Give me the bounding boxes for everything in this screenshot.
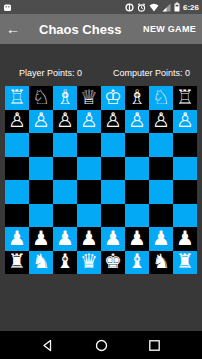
square-a5[interactable] [5, 157, 29, 181]
square-a7[interactable]: ♙ [5, 110, 29, 134]
square-d4[interactable] [77, 180, 101, 204]
piece-computer-pawn: ♙ [176, 110, 194, 130]
square-f8[interactable]: ♗ [125, 86, 149, 110]
square-e4[interactable] [101, 180, 125, 204]
square-a4[interactable] [5, 180, 29, 204]
square-e6[interactable] [101, 133, 125, 157]
square-b1[interactable]: ♞ [29, 251, 53, 275]
square-e1[interactable]: ♚ [101, 251, 125, 275]
square-g3[interactable] [149, 204, 173, 228]
piece-computer-king: ♔ [104, 87, 122, 107]
piece-computer-bishop: ♗ [128, 87, 146, 107]
square-g6[interactable] [149, 133, 173, 157]
square-b8[interactable]: ♘ [29, 86, 53, 110]
piece-player-pawn: ♟ [104, 228, 122, 248]
piece-computer-pawn: ♙ [8, 110, 26, 130]
square-e2[interactable]: ♟ [101, 227, 125, 251]
piece-computer-pawn: ♙ [152, 110, 170, 130]
square-g1[interactable]: ♞ [149, 251, 173, 275]
square-b2[interactable]: ♟ [29, 227, 53, 251]
computer-points-label: Computer Points: [113, 68, 183, 78]
piece-player-bishop: ♝ [56, 251, 74, 271]
square-h3[interactable] [173, 204, 197, 228]
data-usage-icon [125, 3, 134, 12]
chess-board: ♖♘♗♕♔♗♘♖♙♙♙♙♙♙♙♙♟♟♟♟♟♟♟♟♜♞♝♛♚♝♞♜ [5, 86, 197, 274]
square-c8[interactable]: ♗ [53, 86, 77, 110]
square-e3[interactable] [101, 204, 125, 228]
square-h6[interactable] [173, 133, 197, 157]
square-a2[interactable]: ♟ [5, 227, 29, 251]
square-c1[interactable]: ♝ [53, 251, 77, 275]
square-d2[interactable]: ♟ [77, 227, 101, 251]
piece-computer-rook: ♖ [176, 87, 194, 107]
piece-computer-pawn: ♙ [32, 110, 50, 130]
square-h1[interactable]: ♜ [173, 251, 197, 275]
piece-computer-rook: ♖ [8, 87, 26, 107]
square-a8[interactable]: ♖ [5, 86, 29, 110]
square-d1[interactable]: ♛ [77, 251, 101, 275]
piece-computer-knight: ♘ [32, 87, 50, 107]
player-points: Player Points: 0 [0, 68, 101, 78]
piece-player-pawn: ♟ [152, 228, 170, 248]
piece-player-king: ♚ [104, 251, 122, 271]
piece-player-pawn: ♟ [8, 228, 26, 248]
wifi-icon [149, 3, 159, 12]
piece-player-rook: ♜ [8, 251, 26, 271]
square-d6[interactable] [77, 133, 101, 157]
square-b7[interactable]: ♙ [29, 110, 53, 134]
square-g7[interactable]: ♙ [149, 110, 173, 134]
status-time: 6:26 [183, 3, 199, 12]
square-d3[interactable] [77, 204, 101, 228]
computer-points-value: 0 [185, 68, 190, 78]
player-points-value: 0 [77, 68, 82, 78]
piece-computer-pawn: ♙ [56, 110, 74, 130]
square-f1[interactable]: ♝ [125, 251, 149, 275]
cell-signal-icon [162, 3, 171, 12]
square-h8[interactable]: ♖ [173, 86, 197, 110]
piece-player-knight: ♞ [152, 251, 170, 271]
piece-player-queen: ♛ [80, 251, 98, 271]
app-bar: ← Chaos Chess NEW GAME [0, 14, 202, 44]
nav-home-icon[interactable] [95, 339, 108, 352]
new-game-button[interactable]: NEW GAME [143, 24, 196, 34]
square-a3[interactable] [5, 204, 29, 228]
square-c7[interactable]: ♙ [53, 110, 77, 134]
square-e5[interactable] [101, 157, 125, 181]
square-f4[interactable] [125, 180, 149, 204]
square-b5[interactable] [29, 157, 53, 181]
square-h7[interactable]: ♙ [173, 110, 197, 134]
square-a6[interactable] [5, 133, 29, 157]
square-b3[interactable] [29, 204, 53, 228]
alarm-icon [137, 3, 146, 12]
piece-player-rook: ♜ [176, 251, 194, 271]
square-g5[interactable] [149, 157, 173, 181]
square-g8[interactable]: ♘ [149, 86, 173, 110]
square-b4[interactable] [29, 180, 53, 204]
square-c5[interactable] [53, 157, 77, 181]
piece-player-pawn: ♟ [176, 228, 194, 248]
square-f2[interactable]: ♟ [125, 227, 149, 251]
piece-player-bishop: ♝ [128, 251, 146, 271]
square-c2[interactable]: ♟ [53, 227, 77, 251]
piece-player-knight: ♞ [32, 251, 50, 271]
piece-player-pawn: ♟ [56, 228, 74, 248]
square-h2[interactable]: ♟ [173, 227, 197, 251]
square-c4[interactable] [53, 180, 77, 204]
square-c3[interactable] [53, 204, 77, 228]
square-b6[interactable] [29, 133, 53, 157]
nav-back-icon[interactable] [41, 339, 54, 352]
square-g2[interactable]: ♟ [149, 227, 173, 251]
piece-computer-pawn: ♙ [80, 110, 98, 130]
square-a1[interactable]: ♜ [5, 251, 29, 275]
page-title: Chaos Chess [39, 22, 143, 37]
piece-computer-pawn: ♙ [128, 110, 146, 130]
piece-player-pawn: ♟ [80, 228, 98, 248]
square-e8[interactable]: ♔ [101, 86, 125, 110]
square-f5[interactable] [125, 157, 149, 181]
nav-recents-icon[interactable] [148, 339, 161, 352]
back-arrow-icon[interactable]: ← [6, 21, 32, 37]
square-d5[interactable] [77, 157, 101, 181]
battery-icon [174, 2, 180, 12]
piece-computer-pawn: ♙ [104, 110, 122, 130]
square-f7[interactable]: ♙ [125, 110, 149, 134]
square-d7[interactable]: ♙ [77, 110, 101, 134]
piece-player-pawn: ♟ [32, 228, 50, 248]
piece-computer-knight: ♘ [152, 87, 170, 107]
piece-player-pawn: ♟ [128, 228, 146, 248]
score-row: Player Points: 0 Computer Points: 0 [0, 68, 202, 78]
app-notification-icon [3, 3, 12, 12]
computer-points: Computer Points: 0 [101, 68, 202, 78]
square-f3[interactable] [125, 204, 149, 228]
square-h4[interactable] [173, 180, 197, 204]
player-points-label: Player Points: [19, 68, 75, 78]
piece-computer-queen: ♕ [80, 87, 98, 107]
square-c6[interactable] [53, 133, 77, 157]
piece-computer-bishop: ♗ [56, 87, 74, 107]
square-h5[interactable] [173, 157, 197, 181]
square-g4[interactable] [149, 180, 173, 204]
status-bar: 6:26 [0, 0, 202, 14]
square-e7[interactable]: ♙ [101, 110, 125, 134]
android-nav-bar [0, 331, 202, 359]
square-d8[interactable]: ♕ [77, 86, 101, 110]
square-f6[interactable] [125, 133, 149, 157]
